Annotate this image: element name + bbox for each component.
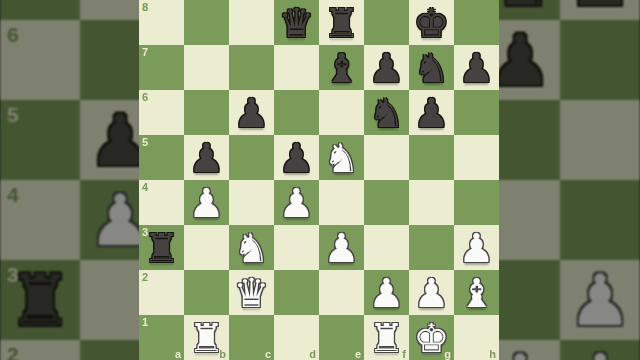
square-a5[interactable]: 5 xyxy=(139,135,184,180)
square-e5[interactable]: ♞ xyxy=(319,135,364,180)
square-a1[interactable]: 1a xyxy=(139,315,184,360)
square-c1[interactable]: c xyxy=(229,315,274,360)
black-queen-d8[interactable]: ♛ xyxy=(279,3,315,43)
file-label-e: e xyxy=(355,348,361,360)
square-d8[interactable]: ♛ xyxy=(274,0,319,45)
white-pawn-e3[interactable]: ♟ xyxy=(324,228,360,268)
rank-label-6: 6 xyxy=(142,91,148,103)
square-c3[interactable]: ♞ xyxy=(229,225,274,270)
black-pawn-c6[interactable]: ♟ xyxy=(234,93,270,133)
file-label-a: a xyxy=(175,348,181,360)
black-rook-e8[interactable]: ♜ xyxy=(324,3,360,43)
white-rook-f1[interactable]: ♜ xyxy=(369,318,405,358)
square-d5[interactable]: ♟ xyxy=(274,135,319,180)
white-pawn-d4[interactable]: ♟ xyxy=(279,183,315,223)
square-e6[interactable] xyxy=(319,90,364,135)
square-g7[interactable]: ♞ xyxy=(409,45,454,90)
black-pawn-d5[interactable]: ♟ xyxy=(279,138,315,178)
square-a8[interactable]: 8 xyxy=(139,0,184,45)
square-e2[interactable] xyxy=(319,270,364,315)
black-knight-g7[interactable]: ♞ xyxy=(414,48,450,88)
square-h4[interactable] xyxy=(454,180,499,225)
square-h3[interactable]: ♟ xyxy=(454,225,499,270)
square-b4[interactable]: ♟ xyxy=(184,180,229,225)
square-e1[interactable]: e xyxy=(319,315,364,360)
square-f3[interactable] xyxy=(364,225,409,270)
square-b8[interactable] xyxy=(184,0,229,45)
square-h5[interactable] xyxy=(454,135,499,180)
square-e4[interactable] xyxy=(319,180,364,225)
square-c4[interactable] xyxy=(229,180,274,225)
square-e3[interactable]: ♟ xyxy=(319,225,364,270)
square-f4[interactable] xyxy=(364,180,409,225)
white-queen-c2[interactable]: ♛ xyxy=(234,273,270,313)
square-g2[interactable]: ♟ xyxy=(409,270,454,315)
square-d6[interactable] xyxy=(274,90,319,135)
square-a7[interactable]: 7 xyxy=(139,45,184,90)
chess-board: 8♛♜♚7♝♟♞♟6♟♞♟5♟♟♞4♟♟3♜♞♟♟2♛♟♟♝1ab♜cdef♜g… xyxy=(139,0,499,360)
square-h1[interactable]: h xyxy=(454,315,499,360)
rank-label-5: 5 xyxy=(142,136,148,148)
square-f2[interactable]: ♟ xyxy=(364,270,409,315)
square-f1[interactable]: f♜ xyxy=(364,315,409,360)
black-pawn-b5[interactable]: ♟ xyxy=(189,138,225,178)
square-e8[interactable]: ♜ xyxy=(319,0,364,45)
square-e7[interactable]: ♝ xyxy=(319,45,364,90)
white-bishop-h2[interactable]: ♝ xyxy=(459,273,495,313)
square-d7[interactable] xyxy=(274,45,319,90)
white-king-g1[interactable]: ♚ xyxy=(414,318,450,358)
square-b2[interactable] xyxy=(184,270,229,315)
chess-video-frame: 8♛♜♚7♝♟♞♟6♟♞♟5♟♟♞4♟♟3♜♞♟♟2♛♟♟♝1ab♜cdef♜g… xyxy=(0,0,640,360)
square-d4[interactable]: ♟ xyxy=(274,180,319,225)
square-b7[interactable] xyxy=(184,45,229,90)
square-f7[interactable]: ♟ xyxy=(364,45,409,90)
square-f6[interactable]: ♞ xyxy=(364,90,409,135)
rank-label-7: 7 xyxy=(142,46,148,58)
square-d1[interactable]: d xyxy=(274,315,319,360)
square-g4[interactable] xyxy=(409,180,454,225)
square-c2[interactable]: ♛ xyxy=(229,270,274,315)
square-b6[interactable] xyxy=(184,90,229,135)
square-h7[interactable]: ♟ xyxy=(454,45,499,90)
square-a4[interactable]: 4 xyxy=(139,180,184,225)
square-h6[interactable] xyxy=(454,90,499,135)
square-c6[interactable]: ♟ xyxy=(229,90,274,135)
black-king-g8[interactable]: ♚ xyxy=(414,3,450,43)
square-d3[interactable] xyxy=(274,225,319,270)
white-pawn-b4[interactable]: ♟ xyxy=(189,183,225,223)
square-g5[interactable] xyxy=(409,135,454,180)
white-pawn-f2[interactable]: ♟ xyxy=(369,273,405,313)
square-f5[interactable] xyxy=(364,135,409,180)
black-pawn-h7[interactable]: ♟ xyxy=(459,48,495,88)
square-a3[interactable]: 3♜ xyxy=(139,225,184,270)
square-f8[interactable] xyxy=(364,0,409,45)
square-g1[interactable]: g♚ xyxy=(409,315,454,360)
rank-label-4: 4 xyxy=(142,181,148,193)
square-b3[interactable] xyxy=(184,225,229,270)
file-label-c: c xyxy=(265,348,271,360)
square-a6[interactable]: 6 xyxy=(139,90,184,135)
square-d2[interactable] xyxy=(274,270,319,315)
white-pawn-h3[interactable]: ♟ xyxy=(459,228,495,268)
white-knight-c3[interactable]: ♞ xyxy=(234,228,270,268)
square-h8[interactable] xyxy=(454,0,499,45)
black-bishop-e7[interactable]: ♝ xyxy=(324,48,360,88)
white-knight-e5[interactable]: ♞ xyxy=(324,138,360,178)
rank-label-1: 1 xyxy=(142,316,148,328)
square-c8[interactable] xyxy=(229,0,274,45)
white-pawn-g2[interactable]: ♟ xyxy=(414,273,450,313)
white-rook-b1[interactable]: ♜ xyxy=(189,318,225,358)
black-knight-f6[interactable]: ♞ xyxy=(369,93,405,133)
file-label-h: h xyxy=(489,348,496,360)
square-h2[interactable]: ♝ xyxy=(454,270,499,315)
square-a2[interactable]: 2 xyxy=(139,270,184,315)
rank-label-2: 2 xyxy=(142,271,148,283)
black-pawn-f7[interactable]: ♟ xyxy=(369,48,405,88)
black-rook-a3[interactable]: ♜ xyxy=(144,228,180,268)
square-g8[interactable]: ♚ xyxy=(409,0,454,45)
square-c5[interactable] xyxy=(229,135,274,180)
square-c7[interactable] xyxy=(229,45,274,90)
square-g3[interactable] xyxy=(409,225,454,270)
square-b1[interactable]: b♜ xyxy=(184,315,229,360)
file-label-d: d xyxy=(309,348,316,360)
square-g6[interactable]: ♟ xyxy=(409,90,454,135)
square-b5[interactable]: ♟ xyxy=(184,135,229,180)
rank-label-8: 8 xyxy=(142,1,148,13)
black-pawn-g6[interactable]: ♟ xyxy=(414,93,450,133)
